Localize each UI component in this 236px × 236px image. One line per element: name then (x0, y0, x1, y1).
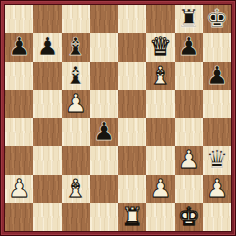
piece-white-queen-f7[interactable]: ♛ (149, 33, 171, 61)
square-f1[interactable] (146, 203, 174, 231)
square-d5[interactable] (90, 90, 118, 118)
square-h4[interactable] (203, 118, 231, 146)
piece-white-pawn-c5[interactable]: ♟ (64, 90, 86, 118)
square-c3[interactable] (62, 146, 90, 174)
square-g7[interactable]: ♟ (175, 33, 203, 61)
square-b6[interactable] (33, 62, 61, 90)
square-a3[interactable] (5, 146, 33, 174)
square-h2[interactable]: ♟ (203, 175, 231, 203)
square-c6[interactable]: ♝ (62, 62, 90, 90)
square-f6[interactable]: ♝ (146, 62, 174, 90)
square-b1[interactable] (33, 203, 61, 231)
square-g5[interactable] (175, 90, 203, 118)
square-c8[interactable] (62, 5, 90, 33)
piece-white-bishop-c2[interactable]: ♝ (64, 175, 86, 203)
square-g6[interactable] (175, 62, 203, 90)
square-c2[interactable]: ♝ (62, 175, 90, 203)
square-c5[interactable]: ♟ (62, 90, 90, 118)
square-e5[interactable] (118, 90, 146, 118)
square-b8[interactable] (33, 5, 61, 33)
square-f2[interactable]: ♟ (146, 175, 174, 203)
piece-black-pawn-b7[interactable]: ♟ (36, 33, 58, 61)
piece-black-bishop-c7[interactable]: ♝ (64, 33, 86, 61)
square-d8[interactable] (90, 5, 118, 33)
piece-white-rook-e1[interactable]: ♜ (121, 203, 143, 231)
square-d3[interactable] (90, 146, 118, 174)
square-b7[interactable]: ♟ (33, 33, 61, 61)
square-g1[interactable]: ♚ (175, 203, 203, 231)
square-e7[interactable] (118, 33, 146, 61)
square-f4[interactable] (146, 118, 174, 146)
square-h8[interactable]: ♚ (203, 5, 231, 33)
square-h3[interactable]: ♛ (203, 146, 231, 174)
piece-black-queen-h3[interactable]: ♛ (206, 146, 228, 174)
square-e8[interactable] (118, 5, 146, 33)
square-e2[interactable] (118, 175, 146, 203)
square-f3[interactable] (146, 146, 174, 174)
square-b2[interactable] (33, 175, 61, 203)
square-f7[interactable]: ♛ (146, 33, 174, 61)
piece-black-king-h8[interactable]: ♚ (206, 5, 228, 33)
piece-black-rook-g8[interactable]: ♜ (177, 5, 199, 33)
piece-black-bishop-c6[interactable]: ♝ (64, 62, 86, 90)
square-c4[interactable] (62, 118, 90, 146)
piece-black-pawn-a7[interactable]: ♟ (8, 33, 30, 61)
square-g4[interactable] (175, 118, 203, 146)
piece-white-pawn-a2[interactable]: ♟ (8, 175, 30, 203)
chess-board: ♜♚♟♟♝♛♟♝♝♟♟♟♟♛♟♝♟♟♜♚ (5, 5, 231, 231)
square-e1[interactable]: ♜ (118, 203, 146, 231)
square-d7[interactable] (90, 33, 118, 61)
square-d1[interactable] (90, 203, 118, 231)
square-a4[interactable] (5, 118, 33, 146)
square-g8[interactable]: ♜ (175, 5, 203, 33)
piece-black-pawn-h6[interactable]: ♟ (206, 62, 228, 90)
square-e4[interactable] (118, 118, 146, 146)
square-b5[interactable] (33, 90, 61, 118)
square-c7[interactable]: ♝ (62, 33, 90, 61)
piece-black-pawn-d4[interactable]: ♟ (93, 118, 115, 146)
square-d6[interactable] (90, 62, 118, 90)
square-a5[interactable] (5, 90, 33, 118)
piece-white-king-g1[interactable]: ♚ (177, 203, 199, 231)
square-d4[interactable]: ♟ (90, 118, 118, 146)
square-e3[interactable] (118, 146, 146, 174)
piece-white-bishop-f6[interactable]: ♝ (149, 62, 171, 90)
piece-white-pawn-g3[interactable]: ♟ (177, 146, 199, 174)
piece-black-pawn-g7[interactable]: ♟ (177, 33, 199, 61)
square-d2[interactable] (90, 175, 118, 203)
square-e6[interactable] (118, 62, 146, 90)
piece-white-pawn-h2[interactable]: ♟ (206, 175, 228, 203)
square-h1[interactable] (203, 203, 231, 231)
square-h7[interactable] (203, 33, 231, 61)
square-h5[interactable] (203, 90, 231, 118)
square-b3[interactable] (33, 146, 61, 174)
square-h6[interactable]: ♟ (203, 62, 231, 90)
square-g2[interactable] (175, 175, 203, 203)
square-a7[interactable]: ♟ (5, 33, 33, 61)
piece-white-pawn-f2[interactable]: ♟ (149, 175, 171, 203)
square-a1[interactable] (5, 203, 33, 231)
square-b4[interactable] (33, 118, 61, 146)
square-a8[interactable] (5, 5, 33, 33)
square-a2[interactable]: ♟ (5, 175, 33, 203)
square-a6[interactable] (5, 62, 33, 90)
square-f8[interactable] (146, 5, 174, 33)
square-c1[interactable] (62, 203, 90, 231)
board-frame: ♜♚♟♟♝♛♟♝♝♟♟♟♟♛♟♝♟♟♜♚ (0, 0, 236, 236)
square-f5[interactable] (146, 90, 174, 118)
square-g3[interactable]: ♟ (175, 146, 203, 174)
